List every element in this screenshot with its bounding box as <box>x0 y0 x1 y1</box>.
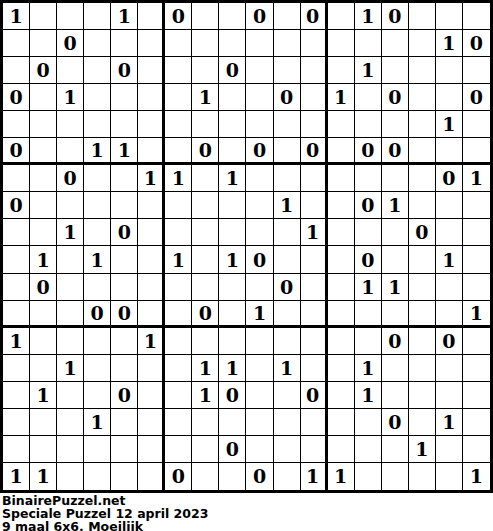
cell-r13c13[interactable] <box>328 328 355 355</box>
cell-r8c18[interactable] <box>463 192 490 219</box>
cell-r7c2[interactable] <box>30 165 57 192</box>
cell-r7c14[interactable] <box>355 165 382 192</box>
cell-r11c4[interactable] <box>84 274 111 301</box>
cell-r8c2[interactable] <box>30 192 57 219</box>
cell-r16c14[interactable] <box>355 409 382 436</box>
cell-r17c8[interactable] <box>192 436 219 463</box>
cell-r13c12[interactable] <box>301 328 328 355</box>
cell-r2c10[interactable] <box>246 30 273 57</box>
cell-r8c12[interactable] <box>301 192 328 219</box>
cell-r11c10[interactable] <box>246 274 273 301</box>
cell-r6c15: 0 <box>382 138 409 165</box>
cell-r1c11[interactable] <box>274 3 301 30</box>
cell-r18c9[interactable] <box>219 463 246 490</box>
cell-r18c16[interactable] <box>409 463 436 490</box>
cell-r16c5[interactable] <box>111 409 138 436</box>
cell-r1c16[interactable] <box>409 3 436 30</box>
cell-r13c2[interactable] <box>30 328 57 355</box>
cell-r1c7: 0 <box>165 3 192 30</box>
cell-r8c13[interactable] <box>328 192 355 219</box>
cell-r10c5[interactable] <box>111 246 138 273</box>
cell-r7c13[interactable] <box>328 165 355 192</box>
cell-r7c7: 1 <box>165 165 192 192</box>
cell-r13c11[interactable] <box>274 328 301 355</box>
cell-r3c7[interactable] <box>165 57 192 84</box>
cell-r11c13[interactable] <box>328 274 355 301</box>
cell-r17c15[interactable] <box>382 436 409 463</box>
cell-r16c7[interactable] <box>165 409 192 436</box>
cell-r16c12[interactable] <box>301 409 328 436</box>
cell-r14c18[interactable] <box>463 355 490 382</box>
cell-r14c17[interactable] <box>436 355 463 382</box>
cell-r7c1[interactable] <box>3 165 30 192</box>
cell-r2c16[interactable] <box>409 30 436 57</box>
cell-r5c16[interactable] <box>409 111 436 138</box>
cell-r2c5[interactable] <box>111 30 138 57</box>
cell-r7c4[interactable] <box>84 165 111 192</box>
cell-r6c7[interactable] <box>165 138 192 165</box>
cell-r16c6[interactable] <box>138 409 165 436</box>
cell-r5c6[interactable] <box>138 111 165 138</box>
cell-r15c7[interactable] <box>165 382 192 409</box>
cell-r16c11[interactable] <box>274 409 301 436</box>
cell-r1c8[interactable] <box>192 3 219 30</box>
cell-r7c6: 1 <box>138 165 165 192</box>
cell-r15c10[interactable] <box>246 382 273 409</box>
cell-r12c13[interactable] <box>328 301 355 328</box>
cell-r10c16[interactable] <box>409 246 436 273</box>
cell-r9c4[interactable] <box>84 219 111 246</box>
cell-r12c1[interactable] <box>3 301 30 328</box>
cell-r1c2[interactable] <box>30 3 57 30</box>
cell-r18c6[interactable] <box>138 463 165 490</box>
cell-r16c10[interactable] <box>246 409 273 436</box>
cell-r15c5: 0 <box>111 382 138 409</box>
cell-r12c2[interactable] <box>30 301 57 328</box>
cell-r16c9[interactable] <box>219 409 246 436</box>
cell-r3c2: 0 <box>30 57 57 84</box>
cell-r11c6[interactable] <box>138 274 165 301</box>
cell-r14c2[interactable] <box>30 355 57 382</box>
cell-r13c14[interactable] <box>355 328 382 355</box>
cell-r13c8[interactable] <box>192 328 219 355</box>
cell-r8c6[interactable] <box>138 192 165 219</box>
cell-r2c12[interactable] <box>301 30 328 57</box>
cell-r9c10[interactable] <box>246 219 273 246</box>
cell-r4c14[interactable] <box>355 84 382 111</box>
cell-r9c5: 0 <box>111 219 138 246</box>
cell-r12c3[interactable] <box>57 301 84 328</box>
cell-r16c8[interactable] <box>192 409 219 436</box>
cell-r13c7[interactable] <box>165 328 192 355</box>
cell-r15c13[interactable] <box>328 382 355 409</box>
cell-r9c16: 0 <box>409 219 436 246</box>
cell-r2c14[interactable] <box>355 30 382 57</box>
cell-r4c4[interactable] <box>84 84 111 111</box>
cell-r3c18[interactable] <box>463 57 490 84</box>
cell-r1c3[interactable] <box>57 3 84 30</box>
cell-r12c17[interactable] <box>436 301 463 328</box>
cell-r6c17[interactable] <box>436 138 463 165</box>
cell-r2c11[interactable] <box>274 30 301 57</box>
cell-r8c17[interactable] <box>436 192 463 219</box>
cell-r13c4[interactable] <box>84 328 111 355</box>
cell-r9c3: 1 <box>57 219 84 246</box>
cell-r11c16[interactable] <box>409 274 436 301</box>
cell-r18c1: 1 <box>3 463 30 490</box>
cell-r12c9[interactable] <box>219 301 246 328</box>
cell-r10c18[interactable] <box>463 246 490 273</box>
cell-r2c9[interactable] <box>219 30 246 57</box>
cell-r6c16[interactable] <box>409 138 436 165</box>
cell-r11c18[interactable] <box>463 274 490 301</box>
cell-r8c9[interactable] <box>219 192 246 219</box>
cell-r5c11[interactable] <box>274 111 301 138</box>
cell-r18c17[interactable] <box>436 463 463 490</box>
cell-r9c2[interactable] <box>30 219 57 246</box>
cell-r18c14[interactable] <box>355 463 382 490</box>
cell-r10c6[interactable] <box>138 246 165 273</box>
cell-r3c4[interactable] <box>84 57 111 84</box>
cell-r2c7[interactable] <box>165 30 192 57</box>
cell-r9c13[interactable] <box>328 219 355 246</box>
cell-r14c13[interactable] <box>328 355 355 382</box>
cell-r10c10: 0 <box>246 246 273 273</box>
cell-r18c4[interactable] <box>84 463 111 490</box>
cell-r2c3: 0 <box>57 30 84 57</box>
cell-r11c5[interactable] <box>111 274 138 301</box>
cell-r8c8[interactable] <box>192 192 219 219</box>
cell-r14c15[interactable] <box>382 355 409 382</box>
cell-r14c7[interactable] <box>165 355 192 382</box>
cell-r3c17[interactable] <box>436 57 463 84</box>
cell-r14c6[interactable] <box>138 355 165 382</box>
cell-r7c12[interactable] <box>301 165 328 192</box>
cell-r8c15: 1 <box>382 192 409 219</box>
cell-r17c7[interactable] <box>165 436 192 463</box>
cell-r11c14: 1 <box>355 274 382 301</box>
cell-r10c11[interactable] <box>274 246 301 273</box>
cell-r15c3[interactable] <box>57 382 84 409</box>
cell-r18c15[interactable] <box>382 463 409 490</box>
cell-r3c1[interactable] <box>3 57 30 84</box>
cell-r4c2[interactable] <box>30 84 57 111</box>
cell-r3c5: 0 <box>111 57 138 84</box>
cell-r18c7: 0 <box>165 463 192 490</box>
cell-r3c3[interactable] <box>57 57 84 84</box>
cell-r4c10[interactable] <box>246 84 273 111</box>
cell-r11c3[interactable] <box>57 274 84 301</box>
cell-r16c16[interactable] <box>409 409 436 436</box>
cell-r10c13[interactable] <box>328 246 355 273</box>
cell-r12c6[interactable] <box>138 301 165 328</box>
cell-r9c17[interactable] <box>436 219 463 246</box>
cell-r15c17[interactable] <box>436 382 463 409</box>
cell-r7c5[interactable] <box>111 165 138 192</box>
cell-r14c14: 1 <box>355 355 382 382</box>
cell-r16c1[interactable] <box>3 409 30 436</box>
cell-r8c7[interactable] <box>165 192 192 219</box>
cell-r13c18[interactable] <box>463 328 490 355</box>
cell-r3c15[interactable] <box>382 57 409 84</box>
cell-r16c2[interactable] <box>30 409 57 436</box>
cell-r2c8[interactable] <box>192 30 219 57</box>
cell-r6c6[interactable] <box>138 138 165 165</box>
cell-r13c1: 1 <box>3 328 30 355</box>
cell-r17c13[interactable] <box>328 436 355 463</box>
cell-r7c10[interactable] <box>246 165 273 192</box>
cell-r18c3[interactable] <box>57 463 84 490</box>
cell-r5c1[interactable] <box>3 111 30 138</box>
cell-r6c3[interactable] <box>57 138 84 165</box>
cell-r14c1[interactable] <box>3 355 30 382</box>
cell-r7c8[interactable] <box>192 165 219 192</box>
cell-r12c7[interactable] <box>165 301 192 328</box>
cell-r17c2[interactable] <box>30 436 57 463</box>
cell-r17c11[interactable] <box>274 436 301 463</box>
cell-r12c4: 0 <box>84 301 111 328</box>
cell-r6c11[interactable] <box>274 138 301 165</box>
cell-r5c15[interactable] <box>382 111 409 138</box>
cell-r3c8[interactable] <box>192 57 219 84</box>
cell-r7c15[interactable] <box>382 165 409 192</box>
cell-r1c9[interactable] <box>219 3 246 30</box>
cell-r10c1[interactable] <box>3 246 30 273</box>
cell-r15c6[interactable] <box>138 382 165 409</box>
cell-r18c2: 1 <box>30 463 57 490</box>
cell-r14c3: 1 <box>57 355 84 382</box>
cell-r13c16[interactable] <box>409 328 436 355</box>
cell-r3c16[interactable] <box>409 57 436 84</box>
cell-r1c13[interactable] <box>328 3 355 30</box>
cell-r14c11: 1 <box>274 355 301 382</box>
cell-r10c2: 1 <box>30 246 57 273</box>
cell-r8c10[interactable] <box>246 192 273 219</box>
cell-r5c12[interactable] <box>301 111 328 138</box>
footer: BinairePuzzel.net Speciale Puzzel 12 apr… <box>0 493 493 531</box>
cell-r4c5[interactable] <box>111 84 138 111</box>
cell-r5c7[interactable] <box>165 111 192 138</box>
cell-r10c8[interactable] <box>192 246 219 273</box>
cell-r7c18: 1 <box>463 165 490 192</box>
cell-r9c12: 1 <box>301 219 328 246</box>
cell-r9c18[interactable] <box>463 219 490 246</box>
cell-r2c17: 1 <box>436 30 463 57</box>
cell-r2c13[interactable] <box>328 30 355 57</box>
cell-r17c5[interactable] <box>111 436 138 463</box>
cell-r14c4[interactable] <box>84 355 111 382</box>
cell-r17c18[interactable] <box>463 436 490 463</box>
cell-r5c3[interactable] <box>57 111 84 138</box>
cell-r9c15[interactable] <box>382 219 409 246</box>
cell-r5c18[interactable] <box>463 111 490 138</box>
cell-r1c1: 1 <box>3 3 30 30</box>
cell-r9c7[interactable] <box>165 219 192 246</box>
cell-r4c3: 1 <box>57 84 84 111</box>
cell-r7c17: 0 <box>436 165 463 192</box>
cell-r2c1[interactable] <box>3 30 30 57</box>
cell-r17c14[interactable] <box>355 436 382 463</box>
cell-r12c11[interactable] <box>274 301 301 328</box>
cell-r2c15[interactable] <box>382 30 409 57</box>
cell-r4c16[interactable] <box>409 84 436 111</box>
cell-r7c3: 0 <box>57 165 84 192</box>
cell-r6c18[interactable] <box>463 138 490 165</box>
cell-r1c6[interactable] <box>138 3 165 30</box>
cell-r1c15: 0 <box>382 3 409 30</box>
puzzle-board: 1100010010000101101001011000000111010101… <box>0 0 493 493</box>
cell-r11c17[interactable] <box>436 274 463 301</box>
cell-r10c3[interactable] <box>57 246 84 273</box>
cell-r1c10: 0 <box>246 3 273 30</box>
cell-r4c17[interactable] <box>436 84 463 111</box>
cell-r8c3[interactable] <box>57 192 84 219</box>
cell-r5c2[interactable] <box>30 111 57 138</box>
cell-r9c8[interactable] <box>192 219 219 246</box>
cell-r5c13[interactable] <box>328 111 355 138</box>
cell-r1c4[interactable] <box>84 3 111 30</box>
cell-r3c14: 1 <box>355 57 382 84</box>
cell-r5c5[interactable] <box>111 111 138 138</box>
cell-r15c9: 0 <box>219 382 246 409</box>
cell-r17c10[interactable] <box>246 436 273 463</box>
cell-r11c7[interactable] <box>165 274 192 301</box>
cell-r13c5[interactable] <box>111 328 138 355</box>
cell-r6c9[interactable] <box>219 138 246 165</box>
cell-r15c1[interactable] <box>3 382 30 409</box>
cell-r14c10[interactable] <box>246 355 273 382</box>
cell-r4c12[interactable] <box>301 84 328 111</box>
cell-r13c9[interactable] <box>219 328 246 355</box>
cell-r17c17[interactable] <box>436 436 463 463</box>
cell-r9c9[interactable] <box>219 219 246 246</box>
cell-r13c15: 0 <box>382 328 409 355</box>
cell-r13c17: 0 <box>436 328 463 355</box>
cell-r4c15: 0 <box>382 84 409 111</box>
cell-r2c4[interactable] <box>84 30 111 57</box>
cell-r7c11[interactable] <box>274 165 301 192</box>
cell-r9c14[interactable] <box>355 219 382 246</box>
cell-r1c14: 1 <box>355 3 382 30</box>
cell-r11c12[interactable] <box>301 274 328 301</box>
cell-r12c5: 0 <box>111 301 138 328</box>
cell-r1c18[interactable] <box>463 3 490 30</box>
cell-r17c9: 0 <box>219 436 246 463</box>
cell-r12c14[interactable] <box>355 301 382 328</box>
cell-r2c2[interactable] <box>30 30 57 57</box>
cell-r18c13: 1 <box>328 463 355 490</box>
cell-r11c9[interactable] <box>219 274 246 301</box>
cell-r8c16[interactable] <box>409 192 436 219</box>
cell-r14c16[interactable] <box>409 355 436 382</box>
cell-r6c2[interactable] <box>30 138 57 165</box>
cell-r8c5[interactable] <box>111 192 138 219</box>
cell-r6c12: 0 <box>301 138 328 165</box>
cell-r7c16[interactable] <box>409 165 436 192</box>
cell-r16c17: 1 <box>436 409 463 436</box>
cell-r3c13[interactable] <box>328 57 355 84</box>
cell-r5c14[interactable] <box>355 111 382 138</box>
cell-r3c10[interactable] <box>246 57 273 84</box>
cell-r17c16: 1 <box>409 436 436 463</box>
cell-r9c1[interactable] <box>3 219 30 246</box>
cell-r10c15[interactable] <box>382 246 409 273</box>
cell-r1c17[interactable] <box>436 3 463 30</box>
cell-r13c6: 1 <box>138 328 165 355</box>
cell-r2c6[interactable] <box>138 30 165 57</box>
cell-r5c10[interactable] <box>246 111 273 138</box>
cell-r13c3[interactable] <box>57 328 84 355</box>
cell-r11c1[interactable] <box>3 274 30 301</box>
cell-r18c8[interactable] <box>192 463 219 490</box>
cell-r11c2: 0 <box>30 274 57 301</box>
cell-r17c6[interactable] <box>138 436 165 463</box>
cell-r18c5[interactable] <box>111 463 138 490</box>
cell-r5c9[interactable] <box>219 111 246 138</box>
cell-r8c4[interactable] <box>84 192 111 219</box>
cell-r12c8: 0 <box>192 301 219 328</box>
cell-r15c4[interactable] <box>84 382 111 409</box>
cell-r15c2: 1 <box>30 382 57 409</box>
cell-r11c8[interactable] <box>192 274 219 301</box>
cell-r4c18: 0 <box>463 84 490 111</box>
cell-r4c8: 1 <box>192 84 219 111</box>
cell-r12c15[interactable] <box>382 301 409 328</box>
cell-r13c10[interactable] <box>246 328 273 355</box>
cell-r16c3[interactable] <box>57 409 84 436</box>
cell-r4c7[interactable] <box>165 84 192 111</box>
cell-r16c13[interactable] <box>328 409 355 436</box>
cell-r15c15[interactable] <box>382 382 409 409</box>
cell-r3c11[interactable] <box>274 57 301 84</box>
cell-r18c11[interactable] <box>274 463 301 490</box>
cell-r10c17: 1 <box>436 246 463 273</box>
cell-r15c11[interactable] <box>274 382 301 409</box>
cell-r14c9: 1 <box>219 355 246 382</box>
cell-r18c10: 0 <box>246 463 273 490</box>
footer-subtitle: 9 maal 6x6, Moeilijk <box>2 521 493 531</box>
cell-r10c7: 1 <box>165 246 192 273</box>
cell-r12c16[interactable] <box>409 301 436 328</box>
cell-r3c12[interactable] <box>301 57 328 84</box>
cell-r4c6[interactable] <box>138 84 165 111</box>
cell-r5c8[interactable] <box>192 111 219 138</box>
cell-r14c12[interactable] <box>301 355 328 382</box>
cell-r11c15: 1 <box>382 274 409 301</box>
cell-r17c12[interactable] <box>301 436 328 463</box>
cell-r4c1: 0 <box>3 84 30 111</box>
cell-r8c1: 0 <box>3 192 30 219</box>
cell-r15c16[interactable] <box>409 382 436 409</box>
cell-r4c9[interactable] <box>219 84 246 111</box>
cell-r12c12[interactable] <box>301 301 328 328</box>
cell-r18c12: 1 <box>301 463 328 490</box>
cell-r9c11[interactable] <box>274 219 301 246</box>
cell-r17c4[interactable] <box>84 436 111 463</box>
cell-r3c6[interactable] <box>138 57 165 84</box>
cell-r9c6[interactable] <box>138 219 165 246</box>
cell-r6c13[interactable] <box>328 138 355 165</box>
cell-r17c1[interactable] <box>3 436 30 463</box>
cell-r1c12: 0 <box>301 3 328 30</box>
cell-r17c3[interactable] <box>57 436 84 463</box>
cell-r16c18[interactable] <box>463 409 490 436</box>
cell-r5c4[interactable] <box>84 111 111 138</box>
cell-r15c8: 1 <box>192 382 219 409</box>
cell-r15c18[interactable] <box>463 382 490 409</box>
cell-r10c12[interactable] <box>301 246 328 273</box>
cell-r14c5[interactable] <box>111 355 138 382</box>
